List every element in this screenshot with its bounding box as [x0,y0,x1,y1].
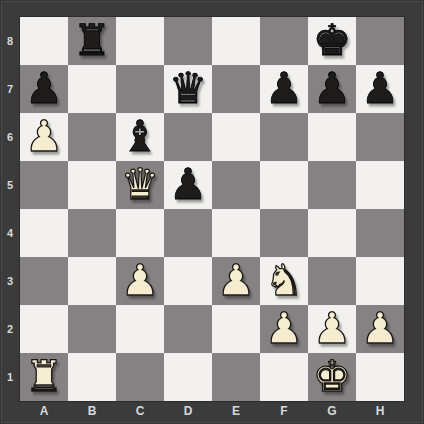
square-a6[interactable]: ♟ [20,113,68,161]
square-b6[interactable] [68,113,116,161]
square-d4[interactable] [164,209,212,257]
black-pawn[interactable]: ♟ [169,163,208,206]
square-d3[interactable] [164,257,212,305]
rank-label-3: 3 [0,257,20,305]
square-h8[interactable] [356,17,404,65]
square-f8[interactable] [260,17,308,65]
square-f7[interactable]: ♟ [260,65,308,113]
square-a5[interactable] [20,161,68,209]
black-pawn[interactable]: ♟ [25,67,64,110]
white-pawn[interactable]: ♟ [25,115,64,158]
white-queen[interactable]: ♛ [121,163,160,206]
black-pawn[interactable]: ♟ [265,67,304,110]
square-b5[interactable] [68,161,116,209]
white-pawn[interactable]: ♟ [313,307,352,350]
square-h6[interactable] [356,113,404,161]
square-c2[interactable] [116,305,164,353]
rank-labels: 87654321 [0,17,20,401]
white-pawn[interactable]: ♟ [121,259,160,302]
square-g8[interactable]: ♚ [308,17,356,65]
rank-label-8: 8 [0,17,20,65]
square-a7[interactable]: ♟ [20,65,68,113]
square-a2[interactable] [20,305,68,353]
file-label-g: G [308,401,356,424]
square-h7[interactable]: ♟ [356,65,404,113]
white-knight[interactable]: ♞ [265,259,304,302]
square-g5[interactable] [308,161,356,209]
black-pawn[interactable]: ♟ [313,67,352,110]
square-f1[interactable] [260,353,308,401]
square-b4[interactable] [68,209,116,257]
square-a1[interactable]: ♜ [20,353,68,401]
square-d8[interactable] [164,17,212,65]
black-rook[interactable]: ♜ [73,19,112,62]
white-rook[interactable]: ♜ [25,355,64,398]
square-d5[interactable]: ♟ [164,161,212,209]
square-b1[interactable] [68,353,116,401]
square-g1[interactable]: ♚ [308,353,356,401]
square-e6[interactable] [212,113,260,161]
square-f3[interactable]: ♞ [260,257,308,305]
square-h5[interactable] [356,161,404,209]
chess-board-frame: 87654321 ♜♚♟♛♟♟♟♟♝♛♟♟♟♞♟♟♟♜♚ ABCDEFGH [0,0,424,424]
square-a8[interactable] [20,17,68,65]
black-bishop[interactable]: ♝ [121,115,160,158]
square-e4[interactable] [212,209,260,257]
white-king[interactable]: ♚ [313,355,352,398]
square-e2[interactable] [212,305,260,353]
square-f4[interactable] [260,209,308,257]
file-label-f: F [260,401,308,424]
black-queen[interactable]: ♛ [169,67,208,110]
square-f5[interactable] [260,161,308,209]
square-d6[interactable] [164,113,212,161]
rank-label-6: 6 [0,113,20,161]
rank-label-4: 4 [0,209,20,257]
square-e1[interactable] [212,353,260,401]
square-e5[interactable] [212,161,260,209]
file-label-e: E [212,401,260,424]
square-h1[interactable] [356,353,404,401]
square-d2[interactable] [164,305,212,353]
square-c3[interactable]: ♟ [116,257,164,305]
square-e3[interactable]: ♟ [212,257,260,305]
square-f2[interactable]: ♟ [260,305,308,353]
square-h4[interactable] [356,209,404,257]
file-label-b: B [68,401,116,424]
file-label-c: C [116,401,164,424]
file-labels: ABCDEFGH [20,401,404,424]
square-b3[interactable] [68,257,116,305]
square-b8[interactable]: ♜ [68,17,116,65]
square-a3[interactable] [20,257,68,305]
file-label-a: A [20,401,68,424]
rank-label-1: 1 [0,353,20,401]
square-e7[interactable] [212,65,260,113]
square-a4[interactable] [20,209,68,257]
white-pawn[interactable]: ♟ [361,307,400,350]
file-label-d: D [164,401,212,424]
square-b7[interactable] [68,65,116,113]
square-c4[interactable] [116,209,164,257]
white-pawn[interactable]: ♟ [265,307,304,350]
square-c7[interactable] [116,65,164,113]
square-b2[interactable] [68,305,116,353]
square-g3[interactable] [308,257,356,305]
rank-label-7: 7 [0,65,20,113]
square-h2[interactable]: ♟ [356,305,404,353]
file-label-h: H [356,401,404,424]
square-d1[interactable] [164,353,212,401]
square-d7[interactable]: ♛ [164,65,212,113]
white-pawn[interactable]: ♟ [217,259,256,302]
square-g2[interactable]: ♟ [308,305,356,353]
rank-label-2: 2 [0,305,20,353]
square-g7[interactable]: ♟ [308,65,356,113]
black-pawn[interactable]: ♟ [361,67,400,110]
square-g6[interactable] [308,113,356,161]
square-e8[interactable] [212,17,260,65]
square-c1[interactable] [116,353,164,401]
square-c5[interactable]: ♛ [116,161,164,209]
square-c6[interactable]: ♝ [116,113,164,161]
square-g4[interactable] [308,209,356,257]
square-h3[interactable] [356,257,404,305]
rank-label-5: 5 [0,161,20,209]
square-c8[interactable] [116,17,164,65]
board: ♜♚♟♛♟♟♟♟♝♛♟♟♟♞♟♟♟♜♚ [20,17,404,401]
black-king[interactable]: ♚ [313,19,352,62]
square-f6[interactable] [260,113,308,161]
